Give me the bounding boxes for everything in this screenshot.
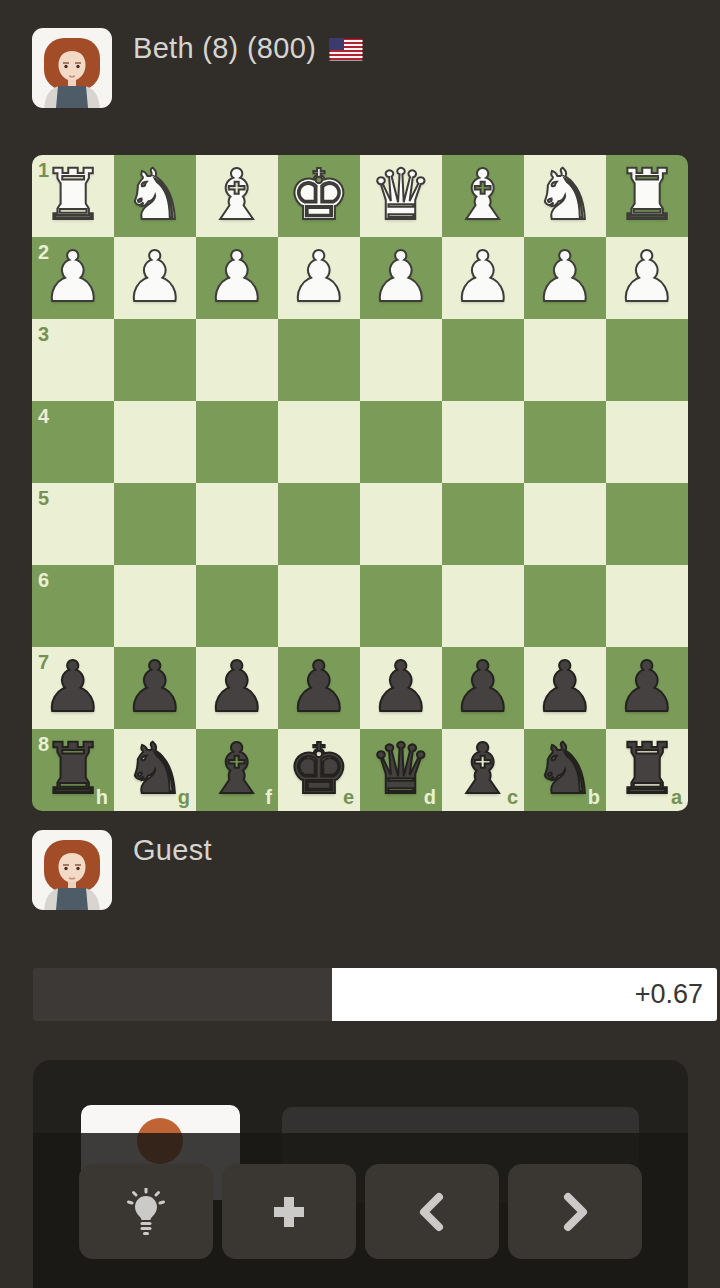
evaluation-bar-white-portion: +0.67 [332, 968, 717, 1021]
square-h7[interactable]: 7♟ [32, 647, 114, 729]
square-b2[interactable]: ♟ [524, 237, 606, 319]
square-d2[interactable]: ♟ [360, 237, 442, 319]
square-d4[interactable] [360, 401, 442, 483]
piece-black-knight-b8[interactable]: ♞ [524, 729, 606, 811]
rank-label-5: 5 [38, 488, 49, 508]
square-a3[interactable] [606, 319, 688, 401]
rank-label-6: 6 [38, 570, 49, 590]
piece-white-bishop-f1[interactable]: ♝ [196, 155, 278, 237]
square-f7[interactable]: ♟ [196, 647, 278, 729]
square-g8[interactable]: g♞ [114, 729, 196, 811]
square-e1[interactable]: ♚ [278, 155, 360, 237]
square-a2[interactable]: ♟ [606, 237, 688, 319]
piece-white-pawn-b2[interactable]: ♟ [524, 237, 606, 319]
piece-white-king-e1[interactable]: ♚ [278, 155, 360, 237]
piece-black-pawn-a7[interactable]: ♟ [606, 647, 688, 729]
piece-black-pawn-g7[interactable]: ♟ [114, 647, 196, 729]
square-f4[interactable] [196, 401, 278, 483]
add-button[interactable] [222, 1164, 356, 1259]
chess-app-screen: Beth (8) (800) 1♜♞♝♚♛♝♞♜2♟♟♟♟♟♟♟♟34567♟♟… [0, 0, 720, 1288]
square-a8[interactable]: a♜ [606, 729, 688, 811]
player-top-name: Beth (8) (800) [133, 32, 363, 65]
piece-black-king-e8[interactable]: ♚ [278, 729, 360, 811]
square-b3[interactable] [524, 319, 606, 401]
piece-black-pawn-d7[interactable]: ♟ [360, 647, 442, 729]
piece-black-bishop-f8[interactable]: ♝ [196, 729, 278, 811]
square-f6[interactable] [196, 565, 278, 647]
square-d1[interactable]: ♛ [360, 155, 442, 237]
bottom-panel [33, 1060, 688, 1288]
square-h6[interactable]: 6 [32, 565, 114, 647]
avatar[interactable] [32, 830, 112, 910]
square-d5[interactable] [360, 483, 442, 565]
square-h3[interactable]: 3 [32, 319, 114, 401]
piece-white-knight-b1[interactable]: ♞ [524, 155, 606, 237]
control-button-row [79, 1164, 642, 1259]
square-a6[interactable] [606, 565, 688, 647]
piece-white-pawn-c2[interactable]: ♟ [442, 237, 524, 319]
square-g5[interactable] [114, 483, 196, 565]
chevron-right-icon [558, 1192, 592, 1232]
piece-black-pawn-c7[interactable]: ♟ [442, 647, 524, 729]
square-c3[interactable] [442, 319, 524, 401]
player-bottom-name-text: Guest [133, 834, 212, 866]
player-top-name-text: Beth (8) (800) [133, 32, 316, 64]
square-b8[interactable]: b♞ [524, 729, 606, 811]
square-c6[interactable] [442, 565, 524, 647]
piece-white-queen-d1[interactable]: ♛ [360, 155, 442, 237]
square-c5[interactable] [442, 483, 524, 565]
square-e3[interactable] [278, 319, 360, 401]
square-g1[interactable]: ♞ [114, 155, 196, 237]
piece-white-pawn-g2[interactable]: ♟ [114, 237, 196, 319]
square-b1[interactable]: ♞ [524, 155, 606, 237]
player-bottom-name: Guest [133, 834, 212, 867]
square-b6[interactable] [524, 565, 606, 647]
square-e2[interactable]: ♟ [278, 237, 360, 319]
chess-board[interactable]: 1♜♞♝♚♛♝♞♜2♟♟♟♟♟♟♟♟34567♟♟♟♟♟♟♟♟8h♜g♞f♝e♚… [32, 155, 688, 811]
hint-button[interactable] [79, 1164, 213, 1259]
piece-black-pawn-f7[interactable]: ♟ [196, 647, 278, 729]
square-c4[interactable] [442, 401, 524, 483]
chevron-left-icon [415, 1192, 449, 1232]
square-g3[interactable] [114, 319, 196, 401]
avatar[interactable] [32, 28, 112, 108]
square-f2[interactable]: ♟ [196, 237, 278, 319]
square-h8[interactable]: 8h♜ [32, 729, 114, 811]
piece-white-pawn-d2[interactable]: ♟ [360, 237, 442, 319]
piece-black-bishop-c8[interactable]: ♝ [442, 729, 524, 811]
evaluation-value: +0.67 [635, 979, 717, 1010]
piece-black-queen-d8[interactable]: ♛ [360, 729, 442, 811]
square-g7[interactable]: ♟ [114, 647, 196, 729]
square-h4[interactable]: 4 [32, 401, 114, 483]
evaluation-bar: +0.67 [33, 968, 717, 1021]
square-d3[interactable] [360, 319, 442, 401]
square-b7[interactable]: ♟ [524, 647, 606, 729]
square-e7[interactable]: ♟ [278, 647, 360, 729]
square-f5[interactable] [196, 483, 278, 565]
square-d8[interactable]: d♛ [360, 729, 442, 811]
square-h5[interactable]: 5 [32, 483, 114, 565]
piece-white-pawn-h2[interactable]: ♟ [32, 237, 114, 319]
square-e6[interactable] [278, 565, 360, 647]
square-a5[interactable] [606, 483, 688, 565]
piece-white-bishop-c1[interactable]: ♝ [442, 155, 524, 237]
square-e4[interactable] [278, 401, 360, 483]
square-f8[interactable]: f♝ [196, 729, 278, 811]
piece-white-rook-a1[interactable]: ♜ [606, 155, 688, 237]
piece-black-knight-g8[interactable]: ♞ [114, 729, 196, 811]
square-g4[interactable] [114, 401, 196, 483]
rank-label-4: 4 [38, 406, 49, 426]
square-h2[interactable]: 2♟ [32, 237, 114, 319]
piece-white-rook-h1[interactable]: ♜ [32, 155, 114, 237]
piece-white-knight-g1[interactable]: ♞ [114, 155, 196, 237]
hint-lightbulb-icon [124, 1188, 168, 1236]
piece-black-pawn-e7[interactable]: ♟ [278, 647, 360, 729]
square-f1[interactable]: ♝ [196, 155, 278, 237]
back-button[interactable] [365, 1164, 499, 1259]
square-g6[interactable] [114, 565, 196, 647]
piece-black-rook-a8[interactable]: ♜ [606, 729, 688, 811]
square-e5[interactable] [278, 483, 360, 565]
player-bottom-row: Guest [32, 830, 688, 910]
square-e8[interactable]: e♚ [278, 729, 360, 811]
square-d6[interactable] [360, 565, 442, 647]
square-f3[interactable] [196, 319, 278, 401]
rank-label-3: 3 [38, 324, 49, 344]
piece-black-pawn-b7[interactable]: ♟ [524, 647, 606, 729]
piece-black-rook-h8[interactable]: ♜ [32, 729, 114, 811]
square-b5[interactable] [524, 483, 606, 565]
square-a7[interactable]: ♟ [606, 647, 688, 729]
square-c1[interactable]: ♝ [442, 155, 524, 237]
piece-black-pawn-h7[interactable]: ♟ [32, 647, 114, 729]
square-c7[interactable]: ♟ [442, 647, 524, 729]
player-top-row: Beth (8) (800) [32, 28, 688, 108]
piece-white-pawn-f2[interactable]: ♟ [196, 237, 278, 319]
square-c2[interactable]: ♟ [442, 237, 524, 319]
piece-white-pawn-a2[interactable]: ♟ [606, 237, 688, 319]
piece-white-pawn-e2[interactable]: ♟ [278, 237, 360, 319]
plus-icon [270, 1193, 308, 1231]
square-g2[interactable]: ♟ [114, 237, 196, 319]
square-h1[interactable]: 1♜ [32, 155, 114, 237]
forward-button[interactable] [508, 1164, 642, 1259]
square-a4[interactable] [606, 401, 688, 483]
square-c8[interactable]: c♝ [442, 729, 524, 811]
square-b4[interactable] [524, 401, 606, 483]
square-d7[interactable]: ♟ [360, 647, 442, 729]
us-flag-icon [329, 38, 363, 61]
square-a1[interactable]: ♜ [606, 155, 688, 237]
